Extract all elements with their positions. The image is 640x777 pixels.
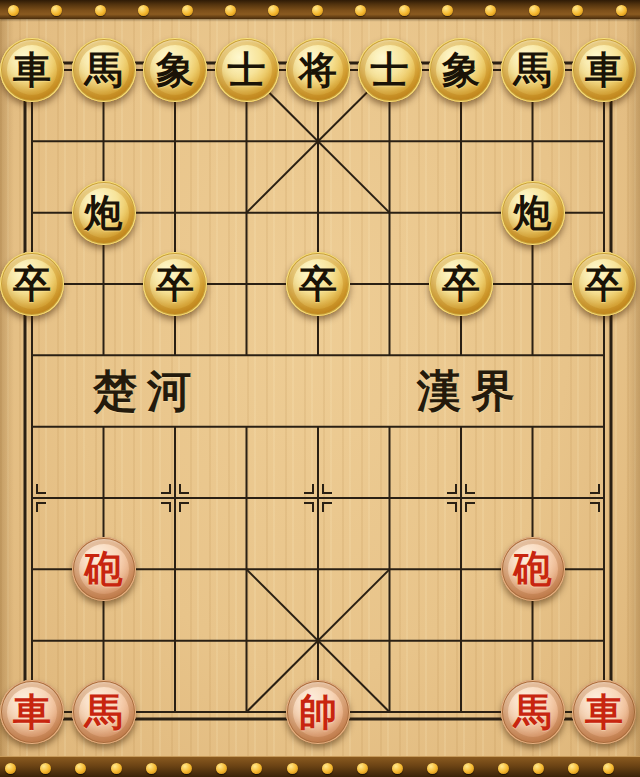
nail-stud-icon xyxy=(498,763,509,774)
nail-stud-icon xyxy=(312,5,323,16)
piece-black-cannon[interactable]: 炮 xyxy=(72,181,136,245)
nail-stud-icon xyxy=(603,763,614,774)
nail-stud-icon xyxy=(5,763,16,774)
nail-stud-icon xyxy=(138,5,149,16)
piece-black-advisor[interactable]: 士 xyxy=(215,38,279,102)
piece-black-soldier[interactable]: 卒 xyxy=(429,252,493,316)
bottom-frame xyxy=(0,757,640,777)
piece-black-chariot[interactable]: 車 xyxy=(572,38,636,102)
piece-black-chariot[interactable]: 車 xyxy=(0,38,64,102)
nail-stud-icon xyxy=(51,5,62,16)
nail-stud-icon xyxy=(268,5,279,16)
nail-stud-icon xyxy=(572,5,583,16)
nail-stud-icon xyxy=(95,5,106,16)
nail-stud-icon xyxy=(427,763,438,774)
nail-stud-icon xyxy=(533,763,544,774)
nail-stud-icon xyxy=(251,763,262,774)
nail-stud-icon xyxy=(225,5,236,16)
nail-stud-icon xyxy=(463,763,474,774)
piece-red-horse[interactable]: 馬 xyxy=(501,680,565,744)
nail-stud-icon xyxy=(111,763,122,774)
piece-red-general[interactable]: 帥 xyxy=(286,680,350,744)
piece-red-chariot[interactable]: 車 xyxy=(572,680,636,744)
nail-stud-icon xyxy=(357,763,368,774)
piece-black-soldier[interactable]: 卒 xyxy=(143,252,207,316)
nail-stud-icon xyxy=(568,763,579,774)
nail-stud-icon xyxy=(182,5,193,16)
river-label-left: 楚河 xyxy=(93,362,201,421)
piece-black-general[interactable]: 将 xyxy=(286,38,350,102)
piece-black-cannon[interactable]: 炮 xyxy=(501,181,565,245)
nail-stud-icon xyxy=(442,5,453,16)
nail-stud-icon xyxy=(322,763,333,774)
nail-stud-icon xyxy=(399,5,410,16)
nail-stud-icon xyxy=(287,763,298,774)
nail-stud-icon xyxy=(216,763,227,774)
nail-stud-icon xyxy=(146,763,157,774)
nail-stud-icon xyxy=(485,5,496,16)
xiangqi-app: 楚河 漢界 車馬象士将士象馬車炮炮卒卒卒卒卒砲砲車馬帥馬車 xyxy=(0,0,640,777)
piece-black-elephant[interactable]: 象 xyxy=(429,38,493,102)
nail-stud-icon xyxy=(529,5,540,16)
piece-black-horse[interactable]: 馬 xyxy=(501,38,565,102)
nail-stud-icon xyxy=(392,763,403,774)
piece-red-horse[interactable]: 馬 xyxy=(72,680,136,744)
river-label-right: 漢界 xyxy=(417,362,525,421)
nail-stud-icon xyxy=(8,5,19,16)
piece-black-soldier[interactable]: 卒 xyxy=(572,252,636,316)
piece-black-soldier[interactable]: 卒 xyxy=(0,252,64,316)
piece-black-soldier[interactable]: 卒 xyxy=(286,252,350,316)
piece-black-elephant[interactable]: 象 xyxy=(143,38,207,102)
piece-red-cannon[interactable]: 砲 xyxy=(501,537,565,601)
nail-stud-icon xyxy=(355,5,366,16)
nail-stud-icon xyxy=(616,5,627,16)
piece-red-cannon[interactable]: 砲 xyxy=(72,537,136,601)
piece-black-advisor[interactable]: 士 xyxy=(358,38,422,102)
piece-red-chariot[interactable]: 車 xyxy=(0,680,64,744)
nail-stud-icon xyxy=(181,763,192,774)
nail-stud-icon xyxy=(40,763,51,774)
nail-stud-icon xyxy=(75,763,86,774)
piece-black-horse[interactable]: 馬 xyxy=(72,38,136,102)
top-frame xyxy=(0,0,640,19)
